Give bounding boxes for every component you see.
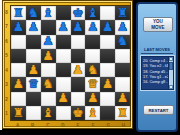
square-a2[interactable] xyxy=(11,92,26,106)
scroll-down-icon[interactable] xyxy=(169,85,173,89)
piece-white-queen: ♛ xyxy=(87,78,98,91)
square-e8[interactable]: ♚ xyxy=(71,6,86,20)
piece-white-rook: ♜ xyxy=(117,106,128,119)
square-c6[interactable]: ♟ xyxy=(41,35,56,49)
square-f4[interactable]: ♞ xyxy=(85,63,100,77)
chess-board: ♜♞♝♚♝♜♟♟♟♟♟♟♟♟♞♟♟♟♞♟♛♞♛♟♟♟♟♜♝♚♝♜ xyxy=(10,5,131,121)
file-labels: ABCDEFGH xyxy=(10,121,131,129)
piece-black-rook: ♜ xyxy=(117,6,128,19)
last-moves-label: LAST MOVES xyxy=(138,47,176,52)
piece-black-knight: ♞ xyxy=(117,35,128,48)
file-label-d: D xyxy=(55,121,70,129)
square-c4[interactable] xyxy=(41,63,56,77)
square-d8[interactable] xyxy=(56,6,71,20)
square-g3[interactable]: ♟ xyxy=(100,77,115,91)
square-g5[interactable] xyxy=(100,49,115,63)
square-e2[interactable] xyxy=(71,92,86,106)
piece-black-pawn: ♟ xyxy=(28,21,39,34)
scrollbar-thumb[interactable] xyxy=(169,62,173,70)
piece-white-pawn: ♟ xyxy=(87,92,98,105)
rank-label-6: 6 xyxy=(4,34,10,49)
piece-white-knight: ♞ xyxy=(43,78,54,91)
piece-black-bishop: ♝ xyxy=(43,6,54,19)
piece-white-pawn: ♟ xyxy=(102,78,113,91)
piece-black-pawn: ♟ xyxy=(72,21,83,34)
you-move-indicator: YOU MOVE xyxy=(143,17,173,32)
square-g8[interactable] xyxy=(100,6,115,20)
square-e3[interactable] xyxy=(71,77,86,91)
square-a5[interactable] xyxy=(11,49,26,63)
square-d3[interactable] xyxy=(56,77,71,91)
piece-black-pawn: ♟ xyxy=(57,21,68,34)
square-b3[interactable]: ♛ xyxy=(26,77,41,91)
piece-black-queen: ♛ xyxy=(28,78,39,91)
square-h3[interactable] xyxy=(115,77,130,91)
square-c8[interactable]: ♝ xyxy=(41,6,56,20)
square-c5[interactable]: ♟ xyxy=(41,49,56,63)
square-d6[interactable] xyxy=(56,35,71,49)
piece-white-pawn: ♟ xyxy=(117,92,128,105)
move-entry: 16. Comp g8 - h6 xyxy=(143,79,168,84)
file-label-c: C xyxy=(40,121,55,129)
piece-white-bishop: ♝ xyxy=(87,106,98,119)
rank-label-3: 3 xyxy=(4,78,10,93)
moves-list-box: 20. Comp c4 - b319. You e2 - f418. Comp … xyxy=(141,56,174,90)
square-e6[interactable] xyxy=(71,35,86,49)
square-f5[interactable] xyxy=(85,49,100,63)
square-e1[interactable]: ♚ xyxy=(71,106,86,120)
square-b8[interactable]: ♞ xyxy=(26,6,41,20)
piece-black-knight: ♞ xyxy=(28,6,39,19)
piece-white-king: ♚ xyxy=(72,106,83,119)
square-b2[interactable] xyxy=(26,92,41,106)
piece-black-king: ♚ xyxy=(72,6,83,19)
square-h1[interactable]: ♜ xyxy=(115,106,130,120)
square-a3[interactable]: ♟ xyxy=(11,77,26,91)
square-b5[interactable] xyxy=(26,49,41,63)
file-label-g: G xyxy=(101,121,116,129)
moves-scrollbar[interactable] xyxy=(168,57,173,89)
square-g1[interactable] xyxy=(100,106,115,120)
piece-black-pawn: ♟ xyxy=(87,21,98,34)
piece-white-pawn: ♟ xyxy=(57,92,68,105)
restart-button[interactable]: RESTART xyxy=(143,105,174,115)
piece-white-pawn: ♟ xyxy=(72,63,83,76)
square-d5[interactable] xyxy=(56,49,71,63)
square-g7[interactable]: ♟ xyxy=(100,20,115,34)
piece-black-bishop: ♝ xyxy=(87,6,98,19)
rank-labels: 87654321 xyxy=(4,5,10,121)
square-f2[interactable]: ♟ xyxy=(85,92,100,106)
square-h7[interactable]: ♟ xyxy=(115,20,130,34)
piece-white-pawn: ♟ xyxy=(13,78,24,91)
file-label-a: A xyxy=(10,121,25,129)
square-d4[interactable] xyxy=(56,63,71,77)
square-h2[interactable]: ♟ xyxy=(115,92,130,106)
rank-label-8: 8 xyxy=(4,5,10,20)
square-h6[interactable]: ♞ xyxy=(115,35,130,49)
square-d1[interactable] xyxy=(56,106,71,120)
square-c2[interactable] xyxy=(41,92,56,106)
square-f8[interactable]: ♝ xyxy=(85,6,100,20)
square-e4[interactable]: ♟ xyxy=(71,63,86,77)
piece-white-bishop: ♝ xyxy=(43,106,54,119)
square-a8[interactable]: ♜ xyxy=(11,6,26,20)
rank-label-4: 4 xyxy=(4,63,10,78)
you-move-line2: MOVE xyxy=(151,25,164,31)
square-h4[interactable] xyxy=(115,63,130,77)
square-f7[interactable]: ♟ xyxy=(85,20,100,34)
square-b4[interactable]: ♟ xyxy=(26,63,41,77)
piece-black-pawn: ♟ xyxy=(43,35,54,48)
square-a6[interactable] xyxy=(11,35,26,49)
square-d2[interactable]: ♟ xyxy=(56,92,71,106)
moves-list: 20. Comp c4 - b319. You e2 - f418. Comp … xyxy=(143,58,168,88)
piece-white-pawn: ♟ xyxy=(43,49,54,62)
square-f6[interactable] xyxy=(85,35,100,49)
piece-white-rook: ♜ xyxy=(13,106,24,119)
piece-black-pawn: ♟ xyxy=(117,21,128,34)
square-e7[interactable]: ♟ xyxy=(71,20,86,34)
square-b6[interactable] xyxy=(26,35,41,49)
square-e5[interactable] xyxy=(71,49,86,63)
rank-label-5: 5 xyxy=(4,49,10,64)
side-panel: YOU MOVE LAST MOVES 20. Comp c4 - b319. … xyxy=(136,2,178,132)
file-label-h: H xyxy=(116,121,131,129)
square-c7[interactable] xyxy=(41,20,56,34)
square-g2[interactable] xyxy=(100,92,115,106)
move-entry: 19. You e2 - f4 xyxy=(143,63,168,68)
square-c1[interactable]: ♝ xyxy=(41,106,56,120)
square-h8[interactable]: ♜ xyxy=(115,6,130,20)
square-d7[interactable]: ♟ xyxy=(56,20,71,34)
chess-board-frame: 87654321 ♜♞♝♚♝♜♟♟♟♟♟♟♟♟♞♟♟♟♞♟♛♞♛♟♟♟♟♜♝♚♝… xyxy=(2,0,133,129)
chess-game-window: 87654321 ♜♞♝♚♝♜♟♟♟♟♟♟♟♟♞♟♟♟♞♟♛♞♛♟♟♟♟♜♝♚♝… xyxy=(0,0,180,135)
square-f3[interactable]: ♛ xyxy=(85,77,100,91)
piece-black-pawn: ♟ xyxy=(13,21,24,34)
rank-label-7: 7 xyxy=(4,20,10,35)
piece-white-knight: ♞ xyxy=(87,63,98,76)
square-h5[interactable] xyxy=(115,49,130,63)
rank-label-2: 2 xyxy=(4,92,10,107)
square-g6[interactable] xyxy=(100,35,115,49)
square-a4[interactable] xyxy=(11,63,26,77)
square-f1[interactable]: ♝ xyxy=(85,106,100,120)
square-a1[interactable]: ♜ xyxy=(11,106,26,120)
square-c3[interactable]: ♞ xyxy=(41,77,56,91)
last-moves-divider xyxy=(141,53,173,54)
piece-black-pawn: ♟ xyxy=(102,21,113,34)
square-b1[interactable] xyxy=(26,106,41,120)
file-label-e: E xyxy=(71,121,86,129)
file-label-b: B xyxy=(25,121,40,129)
square-g4[interactable] xyxy=(100,63,115,77)
piece-white-pawn: ♟ xyxy=(28,63,39,76)
piece-black-rook: ♜ xyxy=(13,6,24,19)
file-label-f: F xyxy=(86,121,101,129)
rank-label-1: 1 xyxy=(4,107,10,122)
square-a7[interactable]: ♟ xyxy=(11,20,26,34)
scroll-up-icon[interactable] xyxy=(169,57,173,61)
square-b7[interactable]: ♟ xyxy=(26,20,41,34)
